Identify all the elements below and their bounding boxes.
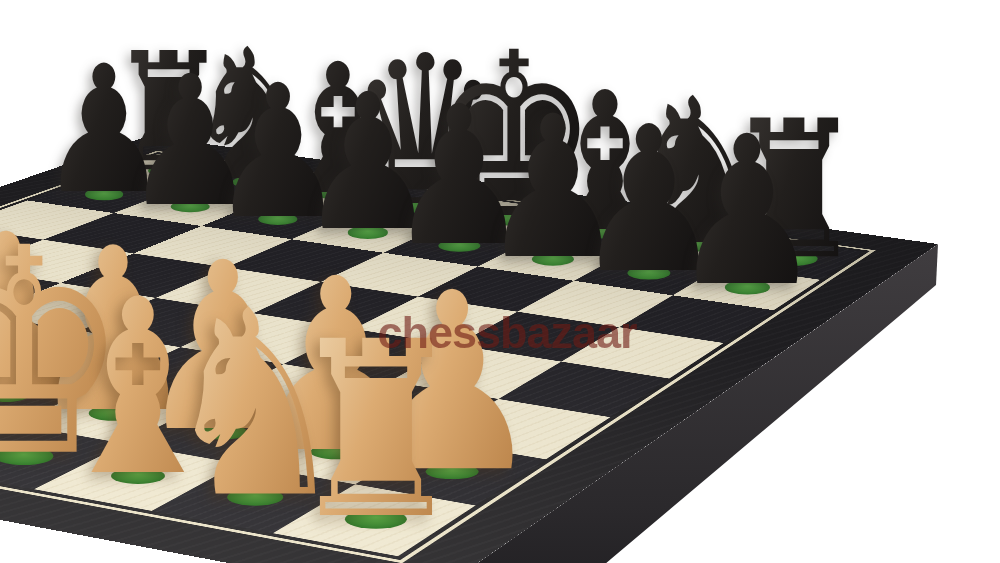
board-playing-field [0, 154, 863, 556]
chess-board [0, 136, 938, 563]
chess-set-photo: ♜♞♝♛♚♝♞♜♟♟♟♟♟♟♟♟♟♟♟♟♟♟♟♟♜♞♝♛♚♝♞♜ chessba… [0, 0, 1000, 563]
